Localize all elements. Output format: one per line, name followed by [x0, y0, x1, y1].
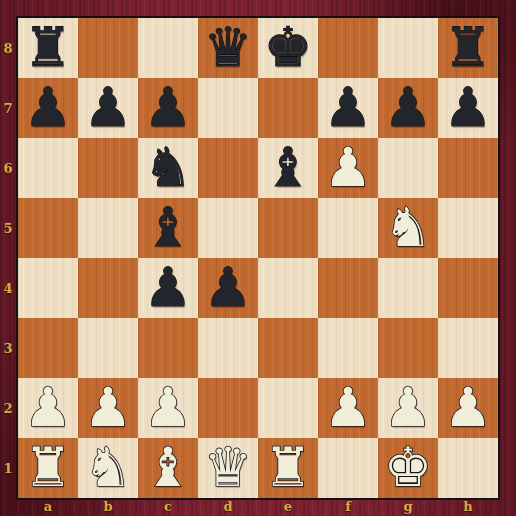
square-e6[interactable]: ♝ [258, 138, 318, 198]
piece-black-pawn[interactable]: ♟ [24, 78, 72, 138]
square-g1[interactable]: ♚ [378, 438, 438, 498]
piece-white-pawn[interactable]: ♟ [444, 378, 492, 438]
square-b3[interactable] [78, 318, 138, 378]
square-b8[interactable] [78, 18, 138, 78]
square-g2[interactable]: ♟ [378, 378, 438, 438]
square-c1[interactable]: ♝ [138, 438, 198, 498]
file-label-c: c [138, 497, 198, 515]
square-a8[interactable]: ♜ [18, 18, 78, 78]
piece-white-knight[interactable]: ♞ [84, 438, 132, 498]
rank-label-8: 8 [0, 18, 16, 78]
square-c2[interactable]: ♟ [138, 378, 198, 438]
square-h4[interactable] [438, 258, 498, 318]
square-d8[interactable]: ♛ [198, 18, 258, 78]
file-label-a: a [18, 497, 78, 515]
square-g8[interactable] [378, 18, 438, 78]
piece-black-bishop[interactable]: ♝ [264, 138, 312, 198]
square-d5[interactable] [198, 198, 258, 258]
file-label-b: b [78, 497, 138, 515]
square-c3[interactable] [138, 318, 198, 378]
square-d3[interactable] [198, 318, 258, 378]
square-b5[interactable] [78, 198, 138, 258]
square-d2[interactable] [198, 378, 258, 438]
square-f8[interactable] [318, 18, 378, 78]
piece-white-knight[interactable]: ♞ [384, 198, 432, 258]
square-g7[interactable]: ♟ [378, 78, 438, 138]
square-h7[interactable]: ♟ [438, 78, 498, 138]
square-g5[interactable]: ♞ [378, 198, 438, 258]
square-c4[interactable]: ♟ [138, 258, 198, 318]
square-h2[interactable]: ♟ [438, 378, 498, 438]
square-h1[interactable] [438, 438, 498, 498]
file-label-d: d [198, 497, 258, 515]
square-a1[interactable]: ♜ [18, 438, 78, 498]
rank-label-2: 2 [0, 378, 16, 438]
piece-black-pawn[interactable]: ♟ [144, 78, 192, 138]
file-label-h: h [438, 497, 498, 515]
piece-white-pawn[interactable]: ♟ [384, 378, 432, 438]
square-b7[interactable]: ♟ [78, 78, 138, 138]
piece-white-rook[interactable]: ♜ [264, 438, 312, 498]
square-b1[interactable]: ♞ [78, 438, 138, 498]
file-label-e: e [258, 497, 318, 515]
square-e5[interactable] [258, 198, 318, 258]
rank-label-1: 1 [0, 438, 16, 498]
piece-black-rook[interactable]: ♜ [444, 18, 492, 78]
file-label-f: f [318, 497, 378, 515]
square-a5[interactable] [18, 198, 78, 258]
piece-black-knight[interactable]: ♞ [144, 138, 192, 198]
square-a6[interactable] [18, 138, 78, 198]
piece-black-pawn[interactable]: ♟ [324, 78, 372, 138]
piece-white-king[interactable]: ♚ [384, 438, 432, 498]
square-a7[interactable]: ♟ [18, 78, 78, 138]
rank-label-7: 7 [0, 78, 16, 138]
piece-white-pawn[interactable]: ♟ [84, 378, 132, 438]
piece-black-pawn[interactable]: ♟ [144, 258, 192, 318]
piece-black-pawn[interactable]: ♟ [84, 78, 132, 138]
square-c7[interactable]: ♟ [138, 78, 198, 138]
piece-white-pawn[interactable]: ♟ [324, 138, 372, 198]
square-e4[interactable] [258, 258, 318, 318]
chess-board: ♜♛♚♜♟♟♟♟♟♟♞♝♟♝♞♟♟♟♟♟♟♟♟♜♞♝♛♜♚ [16, 16, 500, 500]
square-e1[interactable]: ♜ [258, 438, 318, 498]
piece-black-pawn[interactable]: ♟ [444, 78, 492, 138]
rank-label-6: 6 [0, 138, 16, 198]
piece-black-pawn[interactable]: ♟ [204, 258, 252, 318]
piece-black-pawn[interactable]: ♟ [384, 78, 432, 138]
piece-black-king[interactable]: ♚ [264, 18, 312, 78]
rank-label-3: 3 [0, 318, 16, 378]
piece-white-pawn[interactable]: ♟ [324, 378, 372, 438]
square-f6[interactable]: ♟ [318, 138, 378, 198]
square-f7[interactable]: ♟ [318, 78, 378, 138]
piece-white-pawn[interactable]: ♟ [24, 378, 72, 438]
piece-black-rook[interactable]: ♜ [24, 18, 72, 78]
square-b2[interactable]: ♟ [78, 378, 138, 438]
square-e2[interactable] [258, 378, 318, 438]
square-d6[interactable] [198, 138, 258, 198]
square-g6[interactable] [378, 138, 438, 198]
square-d4[interactable]: ♟ [198, 258, 258, 318]
square-b4[interactable] [78, 258, 138, 318]
square-h6[interactable] [438, 138, 498, 198]
square-c6[interactable]: ♞ [138, 138, 198, 198]
piece-white-pawn[interactable]: ♟ [144, 378, 192, 438]
piece-white-rook[interactable]: ♜ [24, 438, 72, 498]
square-f2[interactable]: ♟ [318, 378, 378, 438]
wood-frame: ♜♛♚♜♟♟♟♟♟♟♞♝♟♝♞♟♟♟♟♟♟♟♟♜♞♝♛♜♚ 87654321 a… [0, 0, 516, 516]
square-a3[interactable] [18, 318, 78, 378]
file-label-g: g [378, 497, 438, 515]
square-g4[interactable] [378, 258, 438, 318]
square-d7[interactable] [198, 78, 258, 138]
square-e3[interactable] [258, 318, 318, 378]
square-a4[interactable] [18, 258, 78, 318]
square-b6[interactable] [78, 138, 138, 198]
square-e7[interactable] [258, 78, 318, 138]
piece-black-queen[interactable]: ♛ [204, 18, 252, 78]
square-d1[interactable]: ♛ [198, 438, 258, 498]
piece-black-bishop[interactable]: ♝ [144, 198, 192, 258]
square-h3[interactable] [438, 318, 498, 378]
square-g3[interactable] [378, 318, 438, 378]
piece-white-bishop[interactable]: ♝ [144, 438, 192, 498]
square-h8[interactable]: ♜ [438, 18, 498, 78]
square-f1[interactable] [318, 438, 378, 498]
square-a2[interactable]: ♟ [18, 378, 78, 438]
square-c5[interactable]: ♝ [138, 198, 198, 258]
square-c8[interactable] [138, 18, 198, 78]
square-f3[interactable] [318, 318, 378, 378]
square-f5[interactable] [318, 198, 378, 258]
rank-label-5: 5 [0, 198, 16, 258]
piece-white-queen[interactable]: ♛ [204, 438, 252, 498]
square-h5[interactable] [438, 198, 498, 258]
square-f4[interactable] [318, 258, 378, 318]
rank-label-4: 4 [0, 258, 16, 318]
square-e8[interactable]: ♚ [258, 18, 318, 78]
